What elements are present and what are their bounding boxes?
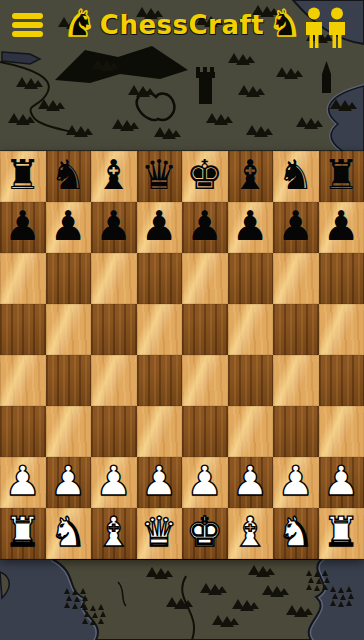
square-b7[interactable]: ♟ bbox=[46, 202, 92, 253]
square-e3[interactable] bbox=[182, 406, 228, 457]
square-f1[interactable]: ♝ bbox=[228, 508, 274, 559]
two-players-button[interactable] bbox=[304, 7, 348, 49]
piece-black-rook[interactable]: ♜ bbox=[4, 155, 41, 196]
piece-black-pawn[interactable]: ♟ bbox=[95, 206, 132, 247]
square-c6[interactable] bbox=[91, 253, 137, 304]
square-f4[interactable] bbox=[228, 355, 274, 406]
square-c2[interactable]: ♟ bbox=[91, 457, 137, 508]
piece-white-pawn[interactable]: ♟ bbox=[50, 461, 87, 502]
app-header: ♞ ChessCraft ♞ bbox=[0, 0, 364, 50]
piece-black-bishop[interactable]: ♝ bbox=[232, 155, 269, 196]
two-players-icon bbox=[304, 7, 348, 49]
chess-board: ♜♞♝♛♚♝♞♜♟♟♟♟♟♟♟♟♟♟♟♟♟♟♟♟♜♞♝♛♚♝♞♜ bbox=[0, 151, 364, 559]
square-h7[interactable]: ♟ bbox=[319, 202, 364, 253]
square-b3[interactable] bbox=[46, 406, 92, 457]
piece-white-bishop[interactable]: ♝ bbox=[95, 512, 132, 553]
square-c1[interactable]: ♝ bbox=[91, 508, 137, 559]
square-c8[interactable]: ♝ bbox=[91, 151, 137, 202]
piece-black-king[interactable]: ♚ bbox=[186, 155, 223, 196]
square-b8[interactable]: ♞ bbox=[46, 151, 92, 202]
square-f7[interactable]: ♟ bbox=[228, 202, 274, 253]
hamburger-icon bbox=[12, 31, 43, 37]
piece-white-rook[interactable]: ♜ bbox=[323, 512, 360, 553]
piece-black-pawn[interactable]: ♟ bbox=[186, 206, 223, 247]
square-a7[interactable]: ♟ bbox=[0, 202, 46, 253]
square-g8[interactable]: ♞ bbox=[273, 151, 319, 202]
square-g6[interactable] bbox=[273, 253, 319, 304]
square-d6[interactable] bbox=[137, 253, 183, 304]
square-e4[interactable] bbox=[182, 355, 228, 406]
piece-white-pawn[interactable]: ♟ bbox=[95, 461, 132, 502]
square-c3[interactable] bbox=[91, 406, 137, 457]
piece-black-pawn[interactable]: ♟ bbox=[4, 206, 41, 247]
square-d4[interactable] bbox=[137, 355, 183, 406]
piece-white-bishop[interactable]: ♝ bbox=[232, 512, 269, 553]
piece-black-pawn[interactable]: ♟ bbox=[277, 206, 314, 247]
square-c5[interactable] bbox=[91, 304, 137, 355]
piece-black-queen[interactable]: ♛ bbox=[141, 155, 178, 196]
square-a4[interactable] bbox=[0, 355, 46, 406]
piece-white-king[interactable]: ♚ bbox=[186, 512, 223, 553]
square-a3[interactable] bbox=[0, 406, 46, 457]
piece-black-knight[interactable]: ♞ bbox=[50, 155, 87, 196]
knight-right-icon: ♞ bbox=[268, 5, 301, 42]
app-screen: ♞ ChessCraft ♞ ♜♞♝♛♚♝♞♜♟♟♟♟♟♟♟♟♟♟♟♟♟♟♟♟♜… bbox=[0, 0, 364, 640]
piece-white-pawn[interactable]: ♟ bbox=[4, 461, 41, 502]
piece-black-pawn[interactable]: ♟ bbox=[323, 206, 360, 247]
app-title: ChessCraft bbox=[100, 10, 264, 40]
piece-black-bishop[interactable]: ♝ bbox=[95, 155, 132, 196]
square-d5[interactable] bbox=[137, 304, 183, 355]
square-a6[interactable] bbox=[0, 253, 46, 304]
piece-black-knight[interactable]: ♞ bbox=[277, 155, 314, 196]
piece-white-pawn[interactable]: ♟ bbox=[232, 461, 269, 502]
square-d1[interactable]: ♛ bbox=[137, 508, 183, 559]
square-b5[interactable] bbox=[46, 304, 92, 355]
square-b4[interactable] bbox=[46, 355, 92, 406]
square-g5[interactable] bbox=[273, 304, 319, 355]
piece-white-pawn[interactable]: ♟ bbox=[277, 461, 314, 502]
square-e7[interactable]: ♟ bbox=[182, 202, 228, 253]
piece-white-pawn[interactable]: ♟ bbox=[323, 461, 360, 502]
square-f8[interactable]: ♝ bbox=[228, 151, 274, 202]
square-g4[interactable] bbox=[273, 355, 319, 406]
square-e2[interactable]: ♟ bbox=[182, 457, 228, 508]
hamburger-icon bbox=[12, 22, 43, 28]
square-b2[interactable]: ♟ bbox=[46, 457, 92, 508]
piece-white-pawn[interactable]: ♟ bbox=[186, 461, 223, 502]
square-d8[interactable]: ♛ bbox=[137, 151, 183, 202]
piece-black-pawn[interactable]: ♟ bbox=[141, 206, 178, 247]
piece-white-queen[interactable]: ♛ bbox=[141, 512, 178, 553]
square-h8[interactable]: ♜ bbox=[319, 151, 364, 202]
piece-white-rook[interactable]: ♜ bbox=[4, 512, 41, 553]
square-d2[interactable]: ♟ bbox=[137, 457, 183, 508]
square-h5[interactable] bbox=[319, 304, 364, 355]
square-d3[interactable] bbox=[137, 406, 183, 457]
square-g2[interactable]: ♟ bbox=[273, 457, 319, 508]
square-b6[interactable] bbox=[46, 253, 92, 304]
square-a8[interactable]: ♜ bbox=[0, 151, 46, 202]
hamburger-icon bbox=[12, 13, 43, 19]
square-a2[interactable]: ♟ bbox=[0, 457, 46, 508]
square-e8[interactable]: ♚ bbox=[182, 151, 228, 202]
piece-white-knight[interactable]: ♞ bbox=[50, 512, 87, 553]
square-h6[interactable] bbox=[319, 253, 364, 304]
knight-left-icon: ♞ bbox=[63, 5, 96, 42]
piece-black-rook[interactable]: ♜ bbox=[323, 155, 360, 196]
menu-button[interactable] bbox=[12, 13, 43, 37]
square-g1[interactable]: ♞ bbox=[273, 508, 319, 559]
square-f5[interactable] bbox=[228, 304, 274, 355]
piece-black-pawn[interactable]: ♟ bbox=[50, 206, 87, 247]
square-h4[interactable] bbox=[319, 355, 364, 406]
square-f3[interactable] bbox=[228, 406, 274, 457]
square-d7[interactable]: ♟ bbox=[137, 202, 183, 253]
square-h3[interactable] bbox=[319, 406, 364, 457]
square-h2[interactable]: ♟ bbox=[319, 457, 364, 508]
square-h1[interactable]: ♜ bbox=[319, 508, 364, 559]
square-f2[interactable]: ♟ bbox=[228, 457, 274, 508]
square-a1[interactable]: ♜ bbox=[0, 508, 46, 559]
piece-white-knight[interactable]: ♞ bbox=[277, 512, 314, 553]
square-e1[interactable]: ♚ bbox=[182, 508, 228, 559]
piece-black-pawn[interactable]: ♟ bbox=[232, 206, 269, 247]
square-a5[interactable] bbox=[0, 304, 46, 355]
square-g3[interactable] bbox=[273, 406, 319, 457]
square-e6[interactable] bbox=[182, 253, 228, 304]
square-c4[interactable] bbox=[91, 355, 137, 406]
square-e5[interactable] bbox=[182, 304, 228, 355]
square-c7[interactable]: ♟ bbox=[91, 202, 137, 253]
square-f6[interactable] bbox=[228, 253, 274, 304]
piece-white-pawn[interactable]: ♟ bbox=[141, 461, 178, 502]
square-b1[interactable]: ♞ bbox=[46, 508, 92, 559]
square-g7[interactable]: ♟ bbox=[273, 202, 319, 253]
